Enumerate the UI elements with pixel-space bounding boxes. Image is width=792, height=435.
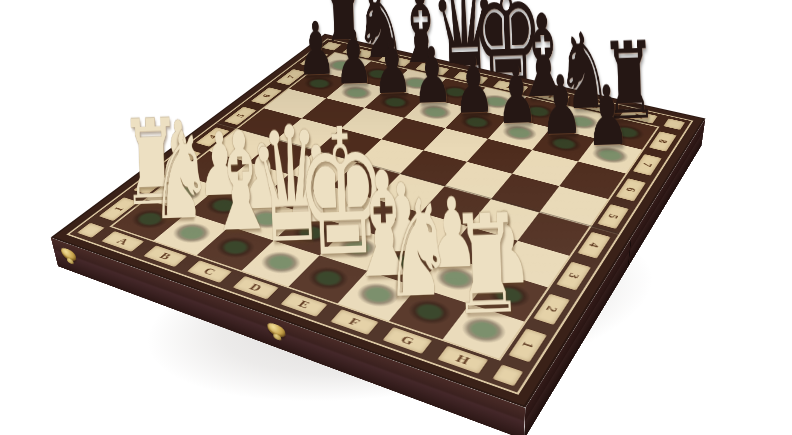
black-pawn-d7[interactable]: ♟: [410, 36, 455, 115]
white-knight-g1[interactable]: ♞: [395, 180, 455, 316]
white-king-e1[interactable]: ♚: [293, 106, 352, 282]
brass-latch-clasp: [267, 321, 286, 339]
brass-hinge-clasp: [60, 246, 77, 262]
photo-background: AA11BB22CC33DD44EE55FF66GG77HH88 ♜♞♝♛♚♝♞…: [0, 0, 792, 435]
black-pawn-e7[interactable]: ♟: [451, 45, 497, 125]
white-rook-h1[interactable]: ♜: [448, 195, 510, 334]
